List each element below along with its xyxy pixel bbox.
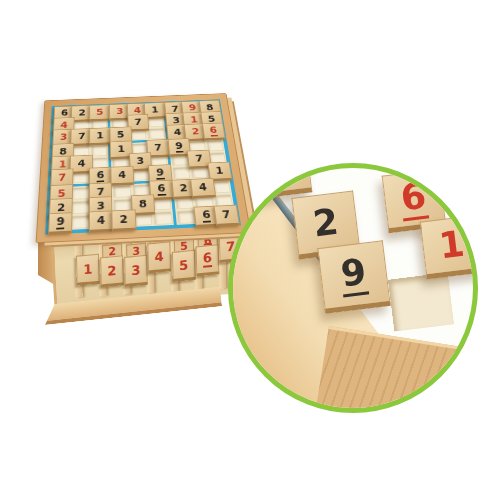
cell-r3c3[interactable]: 1 — [91, 130, 107, 141]
cell-r9c9[interactable]: 7 — [216, 208, 236, 222]
box-7: 572394 — [49, 185, 110, 231]
digit-2: 2 — [120, 214, 129, 225]
digit-4: 4 — [198, 182, 207, 192]
digit-2: 2 — [107, 263, 116, 277]
cell-r6c3[interactable]: 6 — [91, 170, 108, 183]
digit-6: 6 — [204, 234, 212, 246]
digit-9: 9 — [175, 141, 184, 152]
digit-3: 3 — [116, 107, 123, 115]
inset-tile-5: 5 — [248, 163, 313, 199]
digit-1: 1 — [83, 262, 92, 276]
cell-r8c2[interactable] — [71, 201, 89, 214]
digit-4: 4 — [154, 249, 163, 263]
cell-r1c4[interactable]: 3 — [111, 106, 127, 117]
tile-7-r9c9[interactable]: 7 — [213, 205, 240, 227]
cell-r9c7[interactable] — [176, 210, 195, 224]
tile-4-r7c8[interactable]: 4 — [190, 178, 216, 198]
cell-r5c8[interactable]: 7 — [189, 153, 207, 165]
cell-r9c3[interactable]: 4 — [91, 214, 109, 228]
digit-5: 5 — [96, 108, 103, 116]
digit-5: 5 — [57, 189, 65, 199]
cell-r7c6[interactable]: 6 — [151, 183, 169, 196]
cell-r3c6[interactable] — [148, 128, 165, 139]
cell-r4c3[interactable] — [91, 145, 108, 157]
cell-r5c5[interactable]: 3 — [131, 155, 149, 167]
digit-7: 7 — [195, 154, 204, 163]
digit-2: 2 — [191, 127, 199, 136]
tile-4-r9c3[interactable]: 4 — [89, 210, 113, 232]
drawer-tile-2[interactable]: 2 — [100, 255, 124, 287]
digit-8: 8 — [139, 199, 148, 209]
digit-6: 6 — [203, 251, 212, 268]
detail-magnifier-circle: 52619 — [228, 163, 478, 413]
cell-r9c1[interactable]: 9 — [50, 216, 69, 230]
cell-r6c1[interactable]: 7 — [52, 172, 70, 185]
drawer-tile-5[interactable]: 5 — [172, 250, 196, 282]
box-6: 971 — [168, 139, 229, 180]
cell-r3c2[interactable]: 7 — [73, 131, 90, 142]
digit-6: 6 — [399, 177, 429, 221]
digit-2: 2 — [57, 203, 65, 214]
digit-1: 1 — [96, 131, 104, 140]
digit-9: 9 — [156, 167, 165, 179]
cell-r9c4[interactable]: 2 — [114, 213, 133, 227]
digit-3: 3 — [131, 263, 140, 277]
tile-6-r3c9[interactable]: 6 — [202, 123, 226, 141]
tile-2-r9c4[interactable]: 2 — [112, 209, 137, 231]
cell-r6c6[interactable]: 9 — [150, 167, 168, 179]
cell-r3c9[interactable]: 6 — [204, 126, 222, 137]
cell-r2c5[interactable]: 7 — [129, 117, 146, 128]
box-2: 34175 — [110, 104, 165, 141]
cell-r9c2[interactable] — [71, 215, 89, 229]
cell-r1c3[interactable]: 5 — [91, 107, 107, 118]
digit-4: 4 — [173, 128, 181, 137]
cell-r7c8[interactable]: 4 — [193, 181, 212, 194]
cell-r4c6[interactable]: 7 — [149, 142, 166, 154]
box-3: 798315426 — [165, 102, 223, 139]
digit-7: 7 — [97, 187, 105, 197]
digit-9: 9 — [339, 253, 369, 297]
cell-r7c7[interactable]: 2 — [173, 182, 192, 195]
cell-r3c4[interactable]: 5 — [112, 129, 129, 140]
digit-7: 7 — [154, 143, 162, 152]
cell-r4c4[interactable]: 1 — [112, 144, 129, 156]
digit-4: 4 — [78, 159, 86, 168]
drawer-tile-3[interactable]: 3 — [124, 255, 148, 287]
digit-7: 7 — [134, 118, 142, 127]
digit-3: 3 — [97, 201, 105, 211]
cell-r7c2[interactable] — [71, 187, 89, 200]
digit-9: 9 — [56, 216, 65, 229]
cell-r6c4[interactable]: 4 — [113, 169, 131, 182]
digit-6: 6 — [202, 209, 212, 222]
digit-2: 2 — [78, 109, 85, 117]
tile-9-r9c1[interactable]: 9 — [48, 212, 73, 234]
digit-1: 1 — [151, 106, 159, 114]
cell-r1c6[interactable]: 1 — [146, 105, 163, 116]
digit-5: 5 — [265, 163, 294, 184]
box-1: 6254371 — [53, 106, 108, 144]
cell-r3c7[interactable]: 4 — [168, 127, 185, 138]
inset-tile-9: 9 — [317, 240, 391, 314]
cell-r9c8[interactable]: 6 — [196, 209, 216, 223]
digit-4: 4 — [97, 215, 105, 226]
digit-1: 1 — [117, 145, 125, 154]
digit-6: 6 — [209, 125, 218, 136]
digit-1: 1 — [215, 166, 224, 176]
drawer-tile-4[interactable]: 4 — [147, 241, 171, 273]
box-9: 2467 — [172, 180, 236, 225]
digit-3: 3 — [136, 156, 144, 165]
digit-1: 1 — [59, 160, 67, 169]
digit-3: 3 — [60, 133, 68, 142]
sudoku-grid: 6254371 34175 798315426 81476 17349 971 … — [45, 99, 241, 234]
digit-8: 8 — [59, 147, 67, 156]
digit-7: 7 — [221, 209, 231, 220]
cell-r5c2[interactable]: 4 — [72, 158, 89, 170]
box-8: 682 — [112, 182, 173, 228]
digit-1: 1 — [437, 226, 466, 265]
cell-r8c5[interactable]: 8 — [133, 198, 151, 211]
drawer-tile-1[interactable]: 1 — [76, 254, 100, 286]
cell-r3c8[interactable]: 2 — [186, 126, 204, 137]
cell-r3c1[interactable]: 3 — [54, 132, 71, 143]
magnified-empty-cell — [388, 273, 454, 332]
digit-6: 6 — [157, 183, 166, 195]
cell-r1c2[interactable]: 2 — [73, 108, 89, 119]
digit-7: 7 — [78, 132, 86, 141]
digit-2: 2 — [179, 183, 188, 193]
box-5: 17349 — [111, 141, 169, 182]
digit-3: 3 — [132, 244, 140, 256]
cell-r9c6[interactable] — [153, 211, 172, 225]
cell-r7c4[interactable] — [113, 185, 131, 198]
sudoku-board-frame: 6254371 34175 798315426 81476 17349 971 … — [36, 93, 252, 243]
cell-r6c9[interactable]: 1 — [209, 165, 228, 177]
digit-5: 5 — [180, 239, 188, 251]
tile-1-r3c3[interactable]: 1 — [89, 127, 111, 145]
digit-7: 7 — [58, 173, 66, 183]
box-4: 81476 — [51, 144, 109, 185]
digit-5: 5 — [179, 258, 188, 272]
inset-tile-1: 1 — [420, 215, 478, 280]
digit-6: 6 — [96, 170, 104, 182]
digit-5: 5 — [117, 130, 125, 139]
drawer-tile-6[interactable]: 6 — [196, 244, 220, 276]
digit-2: 2 — [311, 204, 340, 243]
product-photo-scene: 6254371 34175 798315426 81476 17349 971 … — [0, 0, 500, 500]
digit-2: 2 — [108, 245, 116, 257]
digit-4: 4 — [118, 170, 126, 180]
tile-4-r6c4[interactable]: 4 — [111, 166, 134, 186]
cell-r4c7[interactable]: 9 — [169, 141, 187, 153]
tile-5-r1c3[interactable]: 5 — [89, 104, 110, 121]
cell-r6c7[interactable] — [172, 167, 190, 179]
